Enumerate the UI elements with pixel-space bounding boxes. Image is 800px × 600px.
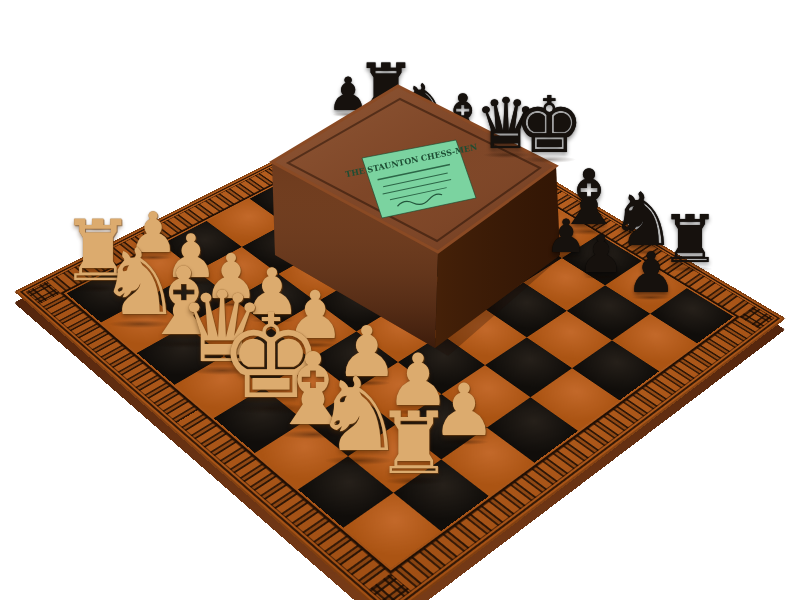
scene: ♟♜♞♝ THE STAUNTON CHESS-MEN [0, 0, 800, 600]
piece-black-pawn[interactable]: ♟ [578, 228, 625, 280]
piece-black-pawn[interactable]: ♟ [626, 245, 676, 301]
piece-white-rook[interactable]: ♜ [375, 400, 452, 486]
